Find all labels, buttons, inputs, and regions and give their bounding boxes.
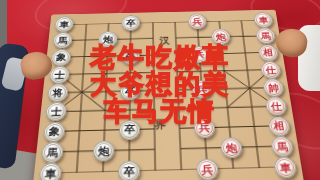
scene: 汉 界 車馬象士将士象馬車炮炮卒卒卒卒卒兵兵兵兵兵炮炮車馬相仕帥仕相馬車 老牛吃… [0, 0, 320, 180]
piece-red-rook[interactable]: 車 [273, 157, 298, 179]
piece-character: 馬 [46, 146, 58, 157]
piece-character: 馬 [57, 36, 68, 45]
piece-character: 帥 [267, 83, 279, 93]
piece-character: 兵 [192, 17, 202, 25]
piece-black-soldier[interactable]: 卒 [121, 47, 140, 64]
piece-character: 車 [258, 16, 269, 24]
piece-character: 炮 [98, 145, 110, 156]
piece-character: 車 [44, 168, 57, 180]
piece-character: 象 [56, 53, 67, 62]
piece-character: 卒 [124, 124, 135, 135]
piece-character: 象 [48, 126, 60, 137]
river-label-han: 汉 [159, 34, 170, 46]
piece-black-soldier[interactable]: 卒 [119, 119, 140, 139]
piece-character: 相 [263, 48, 274, 57]
piece-character: 兵 [199, 122, 211, 133]
piece-character: 兵 [194, 50, 205, 59]
piece-character: 士 [54, 70, 65, 79]
piece-character: 仕 [270, 101, 282, 111]
piece-character: 炮 [215, 33, 226, 42]
play-area: 汉 界 車馬象士将士象馬車炮炮卒卒卒卒卒兵兵兵兵兵炮炮車馬相仕帥仕相馬車 [50, 20, 285, 174]
piece-character: 兵 [201, 164, 213, 176]
piece-black-soldier[interactable]: 卒 [118, 160, 140, 180]
piece-character: 卒 [123, 166, 135, 178]
piece-character: 車 [279, 162, 292, 174]
piece-character: 馬 [276, 141, 289, 152]
river-label-jie: 界 [154, 117, 166, 132]
piece-character: 兵 [196, 84, 207, 94]
piece-character: 馬 [260, 32, 271, 41]
board-surface: 汉 界 車馬象士将士象馬車炮炮卒卒卒卒卒兵兵兵兵兵炮炮車馬相仕帥仕相馬車 [32, 10, 304, 180]
piece-character: 卒 [125, 86, 136, 96]
piece-character: 士 [50, 107, 62, 117]
piece-character: 車 [59, 20, 69, 28]
piece-character: 将 [52, 88, 63, 98]
piece-character: 卒 [125, 51, 135, 60]
xiangqi-board: 汉 界 車馬象士将士象馬車炮炮卒卒卒卒卒兵兵兵兵兵炮炮車馬相仕帥仕相馬車 [32, 10, 304, 180]
piece-character: 卒 [126, 19, 136, 27]
piece-character: 仕 [265, 65, 277, 74]
piece-black-rook[interactable]: 車 [38, 162, 62, 180]
piece-character: 炮 [225, 142, 237, 153]
piece-character: 相 [273, 121, 285, 132]
piece-character: 炮 [103, 35, 113, 44]
